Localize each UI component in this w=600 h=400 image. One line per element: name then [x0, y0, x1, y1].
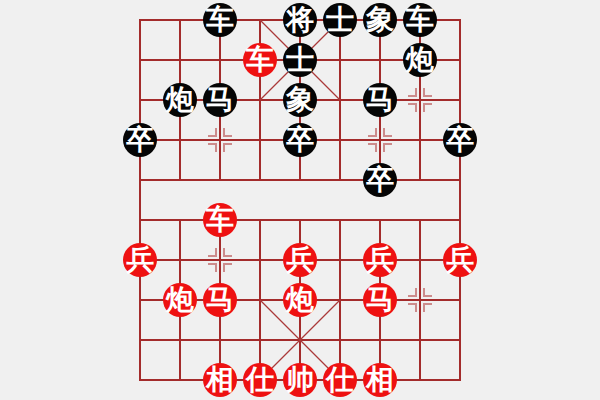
- piece-red-elephant[interactable]: 相: [363, 363, 397, 397]
- piece-black-soldier[interactable]: 卒: [283, 123, 317, 157]
- piece-black-horse[interactable]: 马: [363, 83, 397, 117]
- piece-red-soldier[interactable]: 兵: [123, 243, 157, 277]
- piece-black-advisor[interactable]: 士: [283, 43, 317, 77]
- piece-red-cannon[interactable]: 炮: [283, 283, 317, 317]
- piece-black-advisor[interactable]: 士: [323, 3, 357, 37]
- xiangqi-board: 车将士象车车士炮炮马象马卒卒卒卒车兵兵兵兵炮马炮马相仕帅仕相: [0, 0, 600, 400]
- piece-black-horse[interactable]: 马: [203, 83, 237, 117]
- piece-red-general[interactable]: 帅: [283, 363, 317, 397]
- piece-red-horse[interactable]: 马: [363, 283, 397, 317]
- piece-red-advisor[interactable]: 仕: [243, 363, 277, 397]
- piece-red-chariot[interactable]: 车: [243, 43, 277, 77]
- piece-red-cannon[interactable]: 炮: [163, 283, 197, 317]
- piece-red-soldier[interactable]: 兵: [283, 243, 317, 277]
- piece-red-soldier[interactable]: 兵: [443, 243, 477, 277]
- piece-black-elephant[interactable]: 象: [363, 3, 397, 37]
- piece-red-advisor[interactable]: 仕: [323, 363, 357, 397]
- piece-black-soldier[interactable]: 卒: [443, 123, 477, 157]
- piece-black-chariot[interactable]: 车: [203, 3, 237, 37]
- piece-black-chariot[interactable]: 车: [403, 3, 437, 37]
- piece-red-horse[interactable]: 马: [203, 283, 237, 317]
- piece-black-elephant[interactable]: 象: [283, 83, 317, 117]
- piece-red-soldier[interactable]: 兵: [363, 243, 397, 277]
- piece-red-chariot[interactable]: 车: [203, 203, 237, 237]
- piece-black-general[interactable]: 将: [283, 3, 317, 37]
- piece-black-cannon[interactable]: 炮: [163, 83, 197, 117]
- xiangqi-app: 车将士象车车士炮炮马象马卒卒卒卒车兵兵兵兵炮马炮马相仕帅仕相: [0, 0, 600, 400]
- piece-black-soldier[interactable]: 卒: [363, 163, 397, 197]
- piece-red-elephant[interactable]: 相: [203, 363, 237, 397]
- piece-black-cannon[interactable]: 炮: [403, 43, 437, 77]
- piece-black-soldier[interactable]: 卒: [123, 123, 157, 157]
